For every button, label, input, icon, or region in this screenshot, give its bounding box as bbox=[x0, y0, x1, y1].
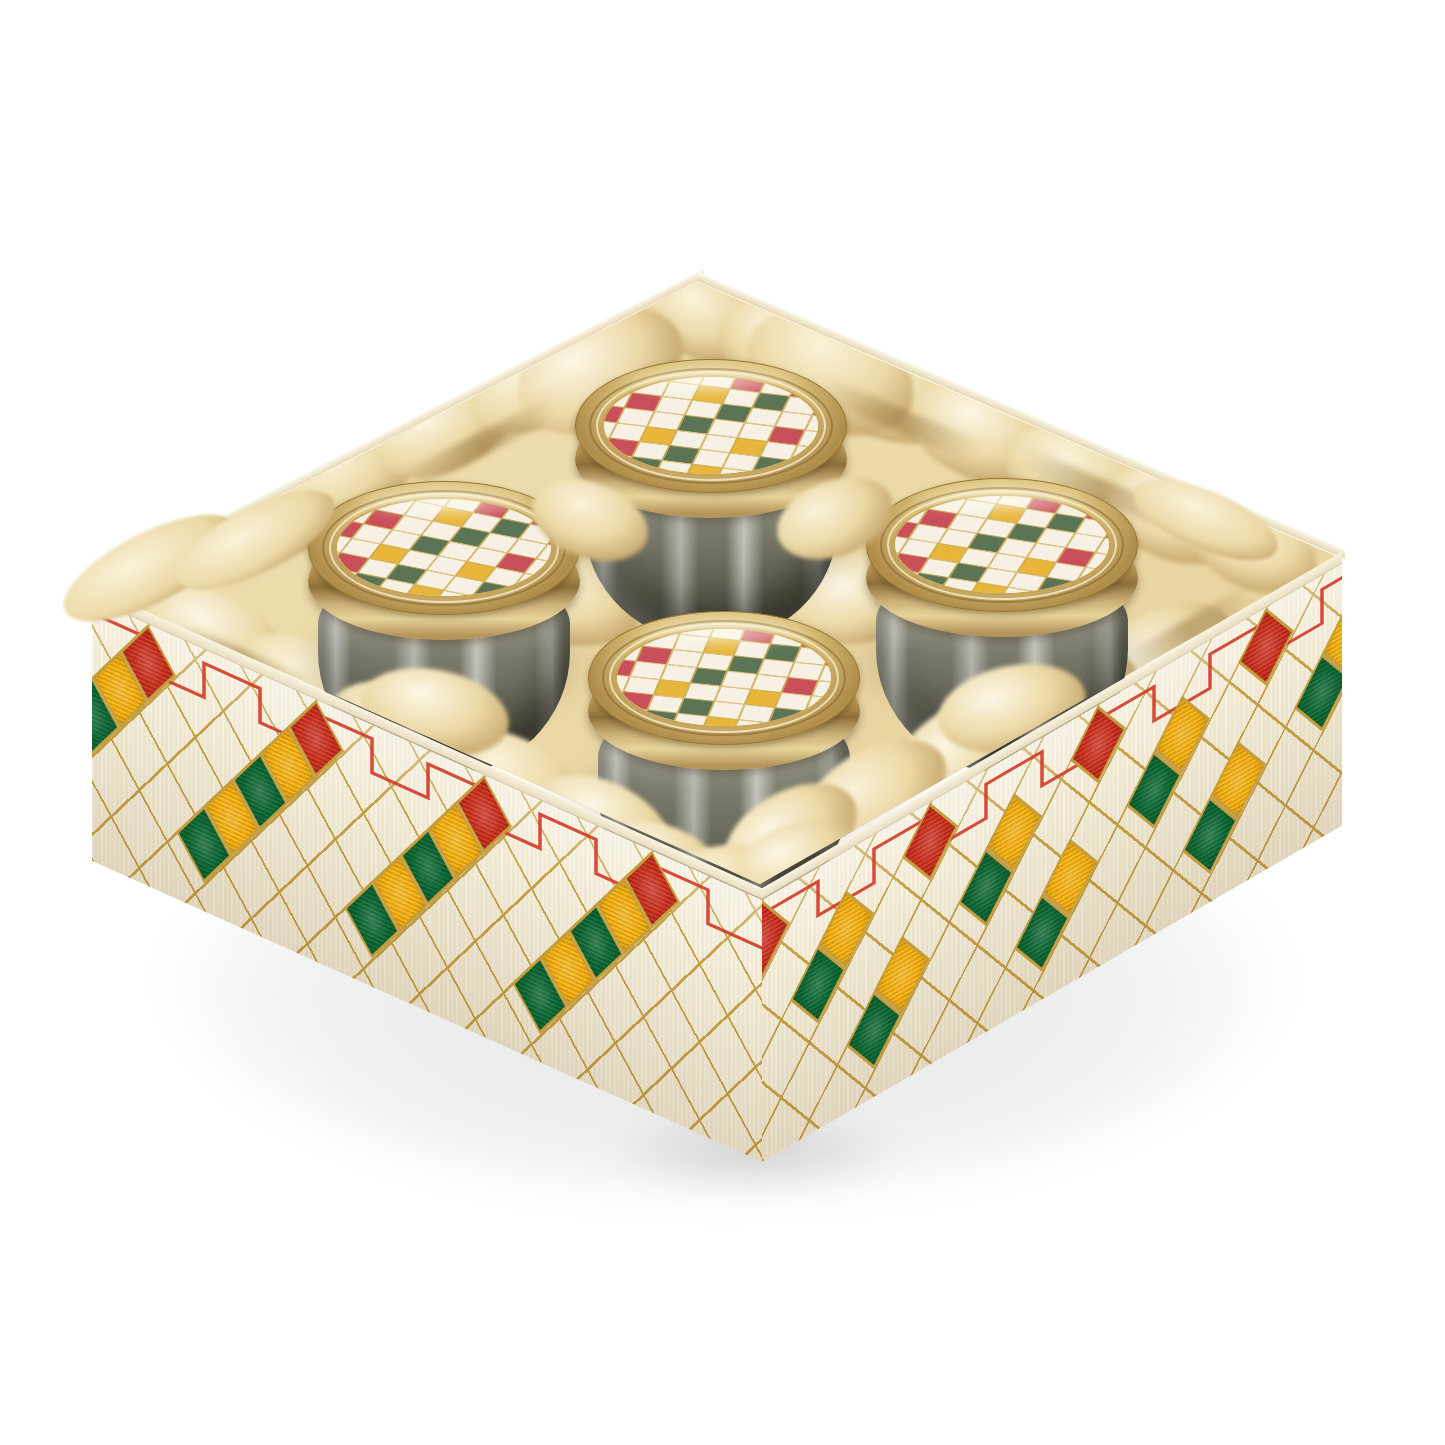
satin-rim-flap bbox=[1122, 463, 1287, 577]
satin-rim-flaps bbox=[0, 0, 1445, 1445]
product-photo-scene bbox=[0, 0, 1445, 1445]
